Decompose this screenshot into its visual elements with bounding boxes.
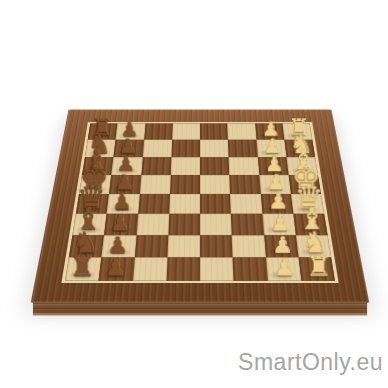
square-h5[interactable] xyxy=(172,123,200,139)
square-h4[interactable] xyxy=(200,123,228,139)
square-a7[interactable]: ♟ xyxy=(99,257,135,280)
square-e5[interactable] xyxy=(170,175,200,194)
square-a2[interactable]: ♟ xyxy=(266,257,302,280)
square-h6[interactable] xyxy=(144,123,173,139)
square-b6[interactable] xyxy=(134,235,168,257)
square-b3[interactable] xyxy=(232,235,266,257)
square-a6[interactable] xyxy=(133,257,168,280)
square-f3[interactable] xyxy=(229,157,259,175)
square-f6[interactable] xyxy=(141,157,171,175)
square-a8[interactable]: ♜ xyxy=(65,257,102,280)
square-f4[interactable] xyxy=(200,157,229,175)
board-frame: ♜♟♟♜♞♟♟♞♝♟♟♝♚♟♟♚♛♟♟♛♝♟♟♝♞♟♟♞♜♟♟♜ xyxy=(31,110,370,303)
white-pawn[interactable]: ♟ xyxy=(272,234,292,257)
board-grid: ♜♟♟♜♞♟♟♞♝♟♟♝♚♟♟♚♛♟♟♛♝♟♟♝♞♟♟♞♜♟♟♜ xyxy=(65,123,335,280)
square-c5[interactable] xyxy=(168,214,200,235)
white-rook[interactable]: ♜ xyxy=(305,252,330,280)
chess-board: ♜♟♟♜♞♟♟♞♝♟♟♝♚♟♟♚♛♟♟♛♝♟♟♝♞♟♟♞♜♟♟♜ xyxy=(31,110,370,303)
square-b4[interactable] xyxy=(200,235,233,257)
square-a3[interactable] xyxy=(233,257,268,280)
square-e3[interactable] xyxy=(229,175,260,194)
square-h3[interactable] xyxy=(227,123,256,139)
square-g3[interactable] xyxy=(228,140,257,157)
black-pawn[interactable]: ♟ xyxy=(105,257,126,280)
square-g6[interactable] xyxy=(142,140,171,157)
square-e6[interactable] xyxy=(140,175,171,194)
square-g4[interactable] xyxy=(200,140,229,157)
square-a5[interactable] xyxy=(166,257,200,280)
board-maple-border: ♜♟♟♜♞♟♟♞♝♟♟♝♚♟♟♚♛♟♟♛♝♟♟♝♞♟♟♞♜♟♟♜ xyxy=(61,122,338,283)
board-front-edge xyxy=(33,303,367,316)
square-b5[interactable] xyxy=(167,235,200,257)
product-photo-stage: ♜♟♟♜♞♟♟♞♝♟♟♝♚♟♟♚♛♟♟♛♝♟♟♝♞♟♟♞♜♟♟♜ SmartOn… xyxy=(0,0,388,388)
black-pawn[interactable]: ♟ xyxy=(108,234,128,257)
square-d6[interactable] xyxy=(138,194,170,214)
square-d3[interactable] xyxy=(230,194,262,214)
black-rook[interactable]: ♜ xyxy=(70,252,95,280)
square-c3[interactable] xyxy=(231,214,264,235)
square-e4[interactable] xyxy=(200,175,230,194)
square-g5[interactable] xyxy=(171,140,200,157)
square-a1[interactable]: ♜ xyxy=(298,257,335,280)
watermark: SmartOnly.eu xyxy=(238,349,383,376)
square-d4[interactable] xyxy=(200,194,231,214)
square-a4[interactable] xyxy=(200,257,234,280)
square-f5[interactable] xyxy=(171,157,200,175)
square-c6[interactable] xyxy=(136,214,169,235)
square-d5[interactable] xyxy=(169,194,200,214)
square-c4[interactable] xyxy=(200,214,232,235)
white-pawn[interactable]: ♟ xyxy=(274,257,295,280)
